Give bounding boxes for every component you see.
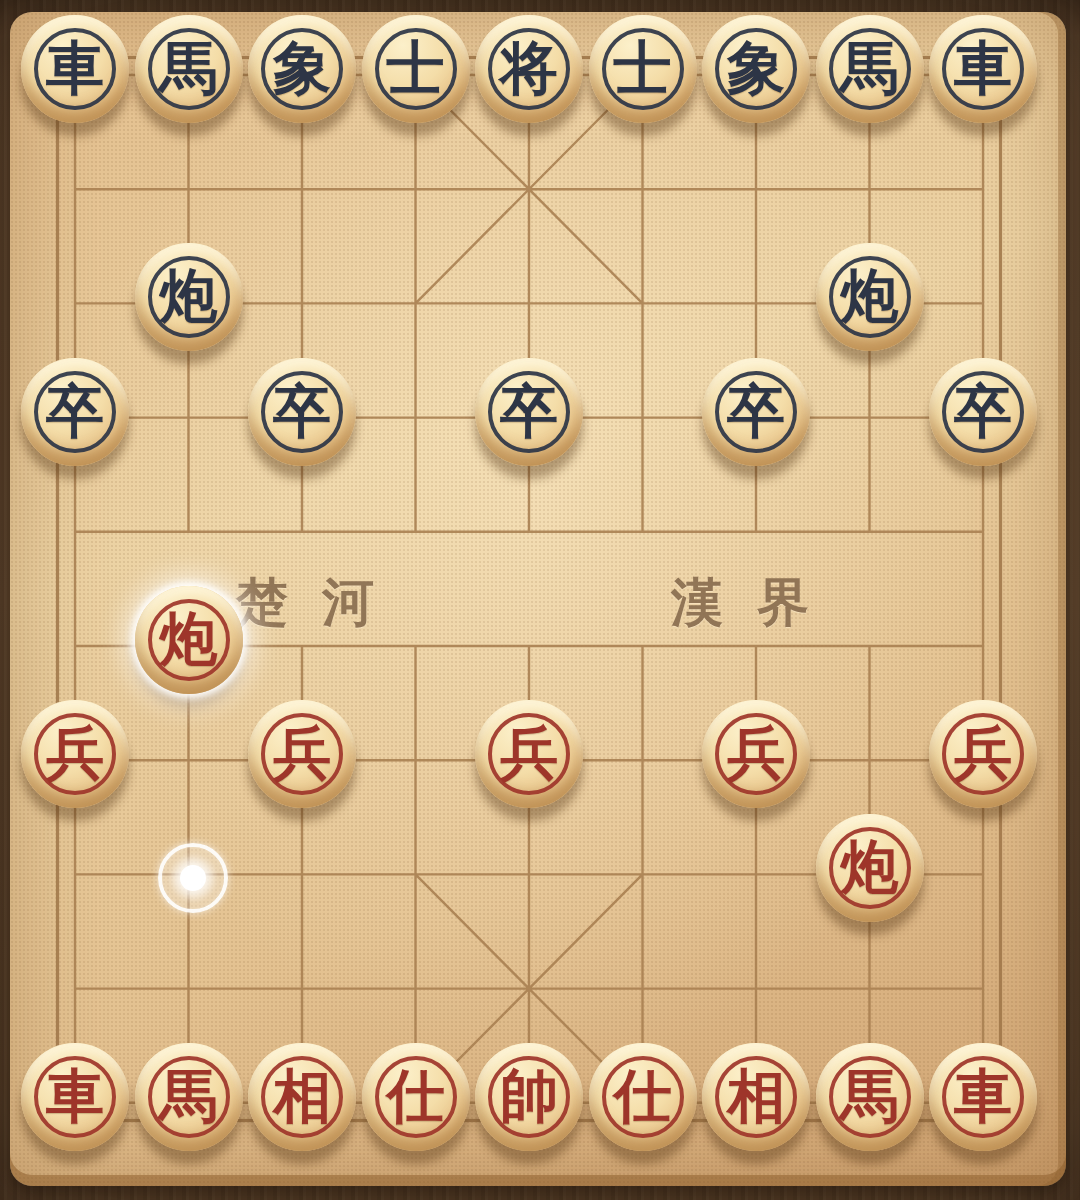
piece-glyph: 卒 [727, 382, 785, 440]
piece-glyph: 車 [954, 39, 1012, 97]
piece-glyph: 卒 [273, 382, 331, 440]
piece-black-chariot[interactable]: 車 [929, 15, 1037, 123]
piece-glyph: 卒 [954, 382, 1012, 440]
piece-black-soldier[interactable]: 卒 [475, 358, 583, 466]
piece-glyph: 炮 [841, 838, 899, 896]
piece-glyph: 卒 [46, 382, 104, 440]
piece-black-general[interactable]: 将 [475, 15, 583, 123]
piece-glyph: 炮 [160, 267, 218, 325]
piece-glyph: 仕 [387, 1067, 445, 1125]
xiangqi-board[interactable]: 楚河 漢界 車馬象士将士象馬車炮炮卒卒卒卒卒炮兵兵兵兵兵炮車馬相仕帥仕相馬車 [10, 12, 1066, 1186]
river-label-chu-he: 楚河 [236, 568, 408, 638]
piece-glyph: 相 [273, 1067, 331, 1125]
piece-glyph: 帥 [500, 1067, 558, 1125]
piece-red-elephant[interactable]: 相 [702, 1043, 810, 1151]
piece-glyph: 炮 [841, 267, 899, 325]
piece-black-horse[interactable]: 馬 [135, 15, 243, 123]
piece-black-soldier[interactable]: 卒 [21, 358, 129, 466]
piece-black-soldier[interactable]: 卒 [248, 358, 356, 466]
last-move-origin-marker [158, 843, 228, 913]
piece-glyph: 兵 [727, 724, 785, 782]
piece-glyph: 馬 [160, 1067, 218, 1125]
piece-glyph: 相 [727, 1067, 785, 1125]
piece-black-elephant[interactable]: 象 [248, 15, 356, 123]
piece-red-soldier[interactable]: 兵 [248, 700, 356, 808]
piece-black-soldier[interactable]: 卒 [929, 358, 1037, 466]
piece-red-cannon[interactable]: 炮 [135, 586, 243, 694]
piece-glyph: 馬 [160, 39, 218, 97]
piece-red-elephant[interactable]: 相 [248, 1043, 356, 1151]
piece-black-cannon[interactable]: 炮 [816, 243, 924, 351]
piece-glyph: 兵 [46, 724, 104, 782]
piece-glyph: 兵 [954, 724, 1012, 782]
piece-glyph: 象 [727, 39, 785, 97]
piece-glyph: 馬 [841, 1067, 899, 1125]
piece-glyph: 炮 [160, 610, 218, 668]
piece-red-advisor[interactable]: 仕 [362, 1043, 470, 1151]
piece-red-chariot[interactable]: 車 [21, 1043, 129, 1151]
piece-glyph: 象 [273, 39, 331, 97]
piece-red-general[interactable]: 帥 [475, 1043, 583, 1151]
piece-glyph: 車 [46, 1067, 104, 1125]
piece-red-soldier[interactable]: 兵 [929, 700, 1037, 808]
piece-glyph: 士 [614, 39, 672, 97]
piece-glyph: 車 [954, 1067, 1012, 1125]
piece-glyph: 卒 [500, 382, 558, 440]
piece-red-soldier[interactable]: 兵 [21, 700, 129, 808]
piece-red-soldier[interactable]: 兵 [475, 700, 583, 808]
piece-glyph: 士 [387, 39, 445, 97]
piece-black-horse[interactable]: 馬 [816, 15, 924, 123]
piece-black-chariot[interactable]: 車 [21, 15, 129, 123]
piece-glyph: 兵 [500, 724, 558, 782]
piece-black-advisor[interactable]: 士 [362, 15, 470, 123]
piece-black-soldier[interactable]: 卒 [702, 358, 810, 466]
piece-red-cannon[interactable]: 炮 [816, 814, 924, 922]
piece-black-elephant[interactable]: 象 [702, 15, 810, 123]
piece-black-advisor[interactable]: 士 [589, 15, 697, 123]
piece-glyph: 車 [46, 39, 104, 97]
piece-red-chariot[interactable]: 車 [929, 1043, 1037, 1151]
piece-red-soldier[interactable]: 兵 [702, 700, 810, 808]
piece-glyph: 馬 [841, 39, 899, 97]
piece-red-horse[interactable]: 馬 [816, 1043, 924, 1151]
river-label-han-jie: 漢界 [671, 568, 843, 638]
piece-glyph: 将 [500, 39, 558, 97]
piece-red-advisor[interactable]: 仕 [589, 1043, 697, 1151]
piece-black-cannon[interactable]: 炮 [135, 243, 243, 351]
piece-glyph: 仕 [614, 1067, 672, 1125]
piece-red-horse[interactable]: 馬 [135, 1043, 243, 1151]
piece-glyph: 兵 [273, 724, 331, 782]
